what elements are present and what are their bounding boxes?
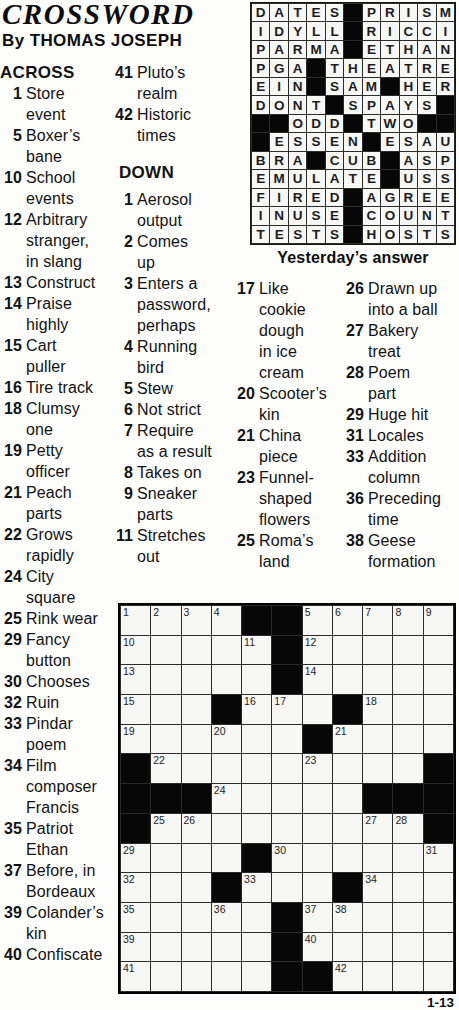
puzzle-cell[interactable]: [424, 962, 453, 991]
puzzle-cell[interactable]: 37: [303, 903, 332, 932]
answer-letter-cell: E: [252, 78, 269, 95]
cell-number: 4: [214, 606, 220, 618]
answer-black-cell: [381, 152, 398, 169]
answer-letter-cell: G: [270, 59, 287, 76]
puzzle-cell[interactable]: 25: [151, 814, 180, 843]
puzzle-black-cell: [242, 606, 271, 635]
clue-down-38: 38Geese formation: [342, 530, 456, 572]
puzzle-black-cell: [182, 784, 211, 813]
answer-letter-cell: O: [400, 115, 417, 132]
clue-text: China piece: [259, 425, 338, 467]
puzzle-cell[interactable]: 41: [121, 962, 150, 991]
puzzle-cell[interactable]: 42: [333, 962, 362, 991]
clue-number: 10: [0, 167, 26, 209]
answer-letter-cell: U: [400, 170, 417, 187]
puzzle-cell[interactable]: 6: [333, 606, 362, 635]
answer-letter-cell: U: [400, 207, 417, 224]
answer-black-cell: [344, 4, 361, 21]
clue-across-21: 21Peach parts: [0, 482, 114, 524]
puzzle-cell[interactable]: [182, 636, 211, 665]
puzzle-cell[interactable]: 17: [272, 695, 301, 724]
puzzle-cell[interactable]: 34: [363, 873, 392, 902]
puzzle-cell[interactable]: 30: [272, 844, 301, 873]
puzzle-cell[interactable]: 4: [212, 606, 241, 635]
answer-letter-cell: A: [326, 170, 343, 187]
puzzle-cell[interactable]: [333, 844, 362, 873]
answer-letter-cell: S: [289, 133, 306, 150]
answer-letter-cell: E: [418, 78, 435, 95]
puzzle-cell[interactable]: [424, 873, 453, 902]
answer-letter-cell: T: [344, 170, 361, 187]
clue-column-down-right: 26Drawn up into a ball27Bakery treat28Po…: [342, 278, 456, 572]
cell-number: 29: [123, 844, 135, 856]
clue-down-29: 29Huge hit: [342, 404, 456, 425]
answer-letter-cell: U: [289, 170, 306, 187]
answer-letter-cell: B: [363, 152, 380, 169]
cell-number: 16: [244, 695, 256, 707]
puzzle-cell[interactable]: [272, 814, 301, 843]
puzzle-cell[interactable]: [393, 933, 422, 962]
answer-letter-cell: E: [363, 41, 380, 58]
clue-text: Ruin: [26, 692, 114, 713]
puzzle-cell[interactable]: [303, 814, 332, 843]
answer-letter-cell: S: [418, 152, 435, 169]
answer-letter-cell: R: [363, 22, 380, 39]
answer-letter-cell: M: [437, 4, 454, 21]
puzzle-black-cell: [242, 844, 271, 873]
puzzle-cell[interactable]: 35: [121, 903, 150, 932]
puzzle-cell[interactable]: 20: [212, 725, 241, 754]
answer-black-cell: [326, 96, 343, 113]
puzzle-cell[interactable]: [212, 933, 241, 962]
answer-black-cell: [270, 115, 287, 132]
cell-number: 27: [365, 814, 377, 826]
puzzle-cell[interactable]: [182, 962, 211, 991]
puzzle-black-cell: [121, 754, 150, 783]
clue-across-13: 13Construct: [0, 272, 114, 293]
answer-letter-cell: A: [326, 41, 343, 58]
puzzle-cell[interactable]: 31: [424, 844, 453, 873]
puzzle-cell[interactable]: [182, 933, 211, 962]
puzzle-black-cell: [272, 933, 301, 962]
puzzle-cell[interactable]: [393, 636, 422, 665]
puzzle-cell[interactable]: [363, 844, 392, 873]
puzzle-black-cell: [272, 903, 301, 932]
clue-number: 4: [111, 336, 137, 378]
clue-number: 11: [111, 525, 137, 567]
answer-letter-cell: P: [252, 41, 269, 58]
puzzle-cell[interactable]: 21: [333, 725, 362, 754]
answer-letter-cell: I: [381, 22, 398, 39]
puzzle-cell[interactable]: [242, 933, 271, 962]
answer-letter-cell: C: [400, 22, 417, 39]
answer-black-cell: [344, 226, 361, 243]
answer-letter-cell: F: [252, 189, 269, 206]
answer-letter-cell: E: [418, 189, 435, 206]
clue-across-42: 42Historic times: [111, 104, 225, 146]
answer-letter-cell: E: [326, 207, 343, 224]
puzzle-cell[interactable]: [151, 962, 180, 991]
puzzle-cell[interactable]: [303, 695, 332, 724]
puzzle-cell[interactable]: 5: [303, 606, 332, 635]
puzzle-cell[interactable]: [242, 962, 271, 991]
answer-letter-cell: A: [418, 133, 435, 150]
clue-number: 35: [0, 818, 26, 860]
answer-black-cell: [344, 115, 361, 132]
answer-letter-cell: A: [289, 59, 306, 76]
clue-down-21: 21China piece: [234, 425, 338, 467]
answer-black-cell: [307, 152, 324, 169]
clue-text: Aerosol output: [137, 189, 225, 231]
answer-letter-cell: E: [363, 59, 380, 76]
puzzle-cell[interactable]: [182, 665, 211, 694]
answer-letter-cell: S: [344, 96, 361, 113]
answer-letter-cell: R: [381, 4, 398, 21]
answer-letter-cell: T: [381, 41, 398, 58]
clue-text: Grows rapidly: [26, 524, 114, 566]
puzzle-cell[interactable]: 40: [303, 933, 332, 962]
puzzle-cell[interactable]: 36: [212, 903, 241, 932]
puzzle-cell[interactable]: 39: [121, 933, 150, 962]
clue-across-19: 19Petty officer: [0, 440, 114, 482]
answer-letter-cell: T: [418, 226, 435, 243]
clue-text: Funnel- shaped flowers: [259, 467, 338, 530]
answer-letter-cell: D: [307, 115, 324, 132]
clue-text: Cart puller: [26, 335, 114, 377]
clue-across-33: 33Pindar poem: [0, 713, 114, 755]
puzzle-cell[interactable]: [363, 933, 392, 962]
puzzle-cell[interactable]: [151, 873, 180, 902]
puzzle-cell[interactable]: [424, 933, 453, 962]
across-header: ACROSS: [0, 62, 114, 83]
puzzle-cell[interactable]: [424, 903, 453, 932]
clue-text: Pluto’s realm: [137, 62, 225, 104]
puzzle-cell[interactable]: [151, 695, 180, 724]
answer-black-cell: [252, 133, 269, 150]
puzzle-cell[interactable]: 32: [121, 873, 150, 902]
puzzle-cell[interactable]: 14: [303, 665, 332, 694]
clue-across-32: 32Ruin: [0, 692, 114, 713]
puzzle-black-cell: [272, 606, 301, 635]
clue-text: Bakery treat: [368, 320, 456, 362]
answer-black-cell: [344, 22, 361, 39]
puzzle-cell[interactable]: 33: [242, 873, 271, 902]
puzzle-cell[interactable]: [242, 784, 271, 813]
puzzle-cell[interactable]: 8: [393, 606, 422, 635]
puzzle-cell[interactable]: [272, 754, 301, 783]
puzzle-cell[interactable]: 27: [363, 814, 392, 843]
puzzle-cell[interactable]: [333, 665, 362, 694]
answer-black-cell: [437, 115, 454, 132]
clue-down-17: 17Like cookie dough in ice cream: [234, 278, 338, 383]
answer-black-cell: [363, 133, 380, 150]
puzzle-cell[interactable]: [393, 695, 422, 724]
clue-text: City square: [26, 566, 114, 608]
puzzle-cell[interactable]: [393, 962, 422, 991]
clue-text: Chooses: [26, 671, 114, 692]
puzzle-cell[interactable]: [212, 962, 241, 991]
puzzle-cell[interactable]: 23: [303, 754, 332, 783]
answer-letter-cell: G: [381, 189, 398, 206]
clue-text: Preceding time: [368, 488, 456, 530]
puzzle-cell[interactable]: [393, 665, 422, 694]
clue-across-41: 41Pluto’s realm: [111, 62, 225, 104]
puzzle-cell[interactable]: 12: [303, 636, 332, 665]
clue-across-35: 35Patriot Ethan: [0, 818, 114, 860]
answer-letter-cell: P: [363, 4, 380, 21]
puzzle-cell[interactable]: [272, 873, 301, 902]
clue-number: 1: [0, 83, 26, 125]
puzzle-cell[interactable]: [393, 903, 422, 932]
answer-letter-cell: R: [437, 78, 454, 95]
answer-black-cell: [252, 115, 269, 132]
clue-number: 17: [234, 278, 259, 383]
clue-down-5: 5Stew: [111, 378, 225, 399]
answer-letter-cell: T: [326, 59, 343, 76]
cell-number: 39: [123, 933, 135, 945]
answer-letter-cell: T: [400, 59, 417, 76]
clue-text: Confiscate: [26, 944, 114, 965]
puzzle-cell[interactable]: [363, 754, 392, 783]
puzzle-black-cell: [121, 814, 150, 843]
puzzle-cell[interactable]: [182, 725, 211, 754]
puzzle-cell[interactable]: 11: [242, 636, 271, 665]
puzzle-cell[interactable]: 16: [242, 695, 271, 724]
puzzle-cell[interactable]: [182, 903, 211, 932]
clue-down-3: 3Enters a password, perhaps: [111, 273, 225, 336]
clue-text: Sneaker parts: [137, 483, 225, 525]
clue-number: 8: [111, 462, 137, 483]
answer-letter-cell: O: [381, 207, 398, 224]
puzzle-cell[interactable]: 3: [182, 606, 211, 635]
answer-letter-cell: A: [381, 59, 398, 76]
puzzle-cell[interactable]: [151, 636, 180, 665]
puzzle-cell[interactable]: [242, 665, 271, 694]
puzzle-cell[interactable]: 26: [182, 814, 211, 843]
puzzle-cell[interactable]: [363, 725, 392, 754]
puzzle-cell[interactable]: 15: [121, 695, 150, 724]
clue-down-31: 31Locales: [342, 425, 456, 446]
answer-letter-cell: N: [289, 96, 306, 113]
puzzle-cell[interactable]: [151, 665, 180, 694]
answer-letter-cell: H: [400, 78, 417, 95]
cell-number: 31: [426, 844, 438, 856]
answer-letter-cell: I: [437, 22, 454, 39]
puzzle-cell[interactable]: [182, 844, 211, 873]
answer-letter-cell: E: [307, 4, 324, 21]
puzzle-cell[interactable]: [151, 844, 180, 873]
puzzle-cell[interactable]: [333, 784, 362, 813]
puzzle-black-cell: [272, 665, 301, 694]
puzzle-cell[interactable]: [212, 844, 241, 873]
cell-number: 2: [153, 606, 159, 618]
answer-letter-cell: E: [270, 226, 287, 243]
answer-letter-cell: N: [437, 41, 454, 58]
puzzle-cell[interactable]: [272, 725, 301, 754]
puzzle-cell[interactable]: [303, 844, 332, 873]
puzzle-black-cell: [333, 695, 362, 724]
puzzle-cell[interactable]: [151, 725, 180, 754]
answer-letter-cell: P: [252, 59, 269, 76]
clue-number: 16: [0, 377, 26, 398]
puzzle-cell[interactable]: [363, 636, 392, 665]
puzzle-black-cell: [424, 754, 453, 783]
puzzle-cell[interactable]: [363, 665, 392, 694]
answer-letter-cell: M: [307, 41, 324, 58]
answer-letter-cell: T: [437, 207, 454, 224]
puzzle-cell[interactable]: 1: [121, 606, 150, 635]
cell-number: 24: [214, 784, 226, 796]
clue-number: 25: [234, 530, 259, 572]
puzzle-cell[interactable]: 18: [363, 695, 392, 724]
answer-letter-cell: D: [326, 189, 343, 206]
clue-number: 26: [342, 278, 368, 320]
puzzle-cell[interactable]: 28: [393, 814, 422, 843]
puzzle-cell[interactable]: [212, 814, 241, 843]
clue-number: 33: [0, 713, 26, 755]
answer-black-cell: [307, 59, 324, 76]
puzzle-cell[interactable]: [182, 873, 211, 902]
answer-letter-cell: E: [363, 170, 380, 187]
clue-across-24: 24City square: [0, 566, 114, 608]
puzzle-cell[interactable]: [212, 636, 241, 665]
answer-letter-cell: S: [289, 226, 306, 243]
puzzle-cell[interactable]: [333, 933, 362, 962]
clue-column-across-tail-and-down: 41Pluto’s realm42Historic timesDOWN1Aero…: [111, 62, 225, 567]
puzzle-cell[interactable]: [333, 814, 362, 843]
puzzle-black-cell: [212, 873, 241, 902]
puzzle-cell[interactable]: 2: [151, 606, 180, 635]
clue-text: Boxer’s bane: [26, 125, 114, 167]
clue-number: 3: [111, 273, 137, 336]
clue-across-29: 29Fancy button: [0, 629, 114, 671]
cell-number: 23: [305, 754, 317, 766]
clue-number: 13: [0, 272, 26, 293]
puzzle-cell[interactable]: [424, 636, 453, 665]
answer-letter-cell: N: [270, 207, 287, 224]
cell-number: 10: [123, 636, 135, 648]
puzzle-cell[interactable]: 24: [212, 784, 241, 813]
puzzle-cell[interactable]: [212, 665, 241, 694]
answer-letter-cell: U: [344, 152, 361, 169]
clue-number: 21: [234, 425, 259, 467]
answer-black-cell: [344, 189, 361, 206]
puzzle-cell[interactable]: [424, 695, 453, 724]
cell-number: 33: [244, 873, 256, 885]
answer-letter-cell: I: [252, 207, 269, 224]
cell-number: 25: [153, 814, 165, 826]
clue-down-33: 33Addition column: [342, 446, 456, 488]
puzzle-cell[interactable]: 38: [333, 903, 362, 932]
puzzle-title: CROSSWORD: [2, 0, 194, 30]
answer-letter-cell: D: [326, 115, 343, 132]
clue-across-30: 30Chooses: [0, 671, 114, 692]
puzzle-black-cell: [303, 962, 332, 991]
puzzle-cell[interactable]: [151, 933, 180, 962]
answer-letter-cell: H: [344, 59, 361, 76]
cell-number: 42: [335, 962, 347, 974]
clue-across-22: 22Grows rapidly: [0, 524, 114, 566]
puzzle-cell[interactable]: [242, 725, 271, 754]
clue-number: 33: [342, 446, 368, 488]
puzzle-cell[interactable]: 9: [424, 606, 453, 635]
answer-letter-cell: E: [437, 189, 454, 206]
puzzle-cell[interactable]: [182, 754, 211, 783]
clue-number: 21: [0, 482, 26, 524]
answer-letter-cell: R: [418, 59, 435, 76]
puzzle-cell[interactable]: 7: [363, 606, 392, 635]
puzzle-cell[interactable]: [151, 903, 180, 932]
clue-text: Patriot Ethan: [26, 818, 114, 860]
puzzle-cell[interactable]: [333, 636, 362, 665]
puzzle-cell[interactable]: [363, 903, 392, 932]
puzzle-cell[interactable]: [242, 754, 271, 783]
puzzle-cell[interactable]: 22: [151, 754, 180, 783]
puzzle-cell[interactable]: [333, 754, 362, 783]
cell-number: 36: [214, 903, 226, 915]
puzzle-cell[interactable]: [303, 873, 332, 902]
puzzle-cell[interactable]: 13: [121, 665, 150, 694]
puzzle-cell[interactable]: [424, 665, 453, 694]
answer-letter-cell: A: [270, 41, 287, 58]
puzzle-cell[interactable]: 10: [121, 636, 150, 665]
puzzle-cell[interactable]: [182, 695, 211, 724]
answer-letter-cell: R: [400, 189, 417, 206]
cell-number: 18: [365, 695, 377, 707]
puzzle-cell[interactable]: [303, 784, 332, 813]
puzzle-cell[interactable]: [393, 754, 422, 783]
puzzle-cell[interactable]: [393, 725, 422, 754]
answer-letter-cell: N: [418, 207, 435, 224]
clue-column-down-middle: 17Like cookie dough in ice cream20Scoote…: [234, 278, 338, 572]
puzzle-cell[interactable]: [242, 814, 271, 843]
puzzle-cell[interactable]: 29: [121, 844, 150, 873]
answer-letter-cell: E: [326, 133, 343, 150]
clue-text: Construct: [26, 272, 114, 293]
clue-down-28: 28Poem part: [342, 362, 456, 404]
cell-number: 8: [395, 606, 401, 618]
clue-number: 22: [0, 524, 26, 566]
answer-letter-cell: L: [326, 22, 343, 39]
answer-letter-cell: S: [418, 96, 435, 113]
answer-letter-cell: S: [326, 78, 343, 95]
answer-letter-cell: C: [326, 152, 343, 169]
puzzle-cell[interactable]: [393, 873, 422, 902]
clue-text: Historic times: [137, 104, 225, 146]
answer-letter-cell: E: [307, 189, 324, 206]
cell-number: 40: [305, 933, 317, 945]
puzzle-cell[interactable]: [212, 754, 241, 783]
down-header: DOWN: [119, 162, 225, 183]
answer-letter-cell: T: [363, 115, 380, 132]
puzzle-cell[interactable]: [393, 844, 422, 873]
answer-letter-cell: U: [289, 207, 306, 224]
puzzle-cell[interactable]: 19: [121, 725, 150, 754]
puzzle-cell[interactable]: [424, 725, 453, 754]
puzzle-cell[interactable]: [363, 962, 392, 991]
answer-letter-cell: E: [437, 59, 454, 76]
puzzle-cell[interactable]: [272, 784, 301, 813]
clue-down-36: 36Preceding time: [342, 488, 456, 530]
answer-letter-cell: H: [400, 41, 417, 58]
cell-number: 26: [184, 814, 196, 826]
clue-number: 18: [0, 398, 26, 440]
puzzle-cell[interactable]: [242, 903, 271, 932]
clue-number: 41: [111, 62, 137, 104]
answer-letter-cell: T: [289, 4, 306, 21]
answer-letter-cell: I: [270, 78, 287, 95]
answer-letter-cell: C: [363, 207, 380, 224]
